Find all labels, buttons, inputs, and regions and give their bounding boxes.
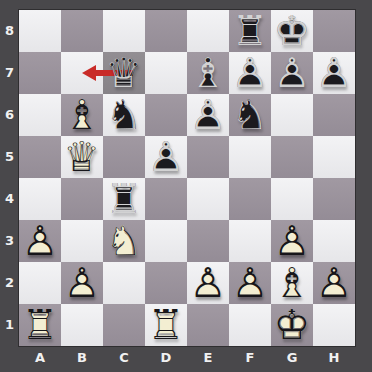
square-d2[interactable] bbox=[145, 262, 187, 304]
white-rook-outline-icon: ♖ bbox=[19, 304, 61, 346]
square-g6[interactable] bbox=[271, 94, 313, 136]
white-knight-outline-icon: ♘ bbox=[103, 220, 145, 262]
file-label-f: F bbox=[229, 346, 271, 372]
rank-label-6: 6 bbox=[0, 94, 19, 136]
square-b1[interactable] bbox=[61, 304, 103, 346]
black-knight-outline-icon: ♘ bbox=[103, 94, 145, 136]
black-queen-icon: ♛ bbox=[103, 52, 145, 94]
square-f4[interactable] bbox=[229, 178, 271, 220]
square-a5[interactable] bbox=[19, 136, 61, 178]
white-pawn-icon: ♟ bbox=[313, 262, 355, 304]
chess-app-window: ♜♖♚♔♛♕♝♗♟♙♟♙♟♙♝♗♞♘♟♙♞♘♛♕♟♙♜♖♟♙♞♘♟♙♟♙♟♙♟♙… bbox=[0, 0, 372, 372]
square-c1[interactable] bbox=[103, 304, 145, 346]
black-knight-icon: ♞ bbox=[103, 94, 145, 136]
square-b3[interactable] bbox=[61, 220, 103, 262]
square-d4[interactable] bbox=[145, 178, 187, 220]
white-pawn-icon: ♟ bbox=[187, 262, 229, 304]
black-pawn-icon: ♟ bbox=[229, 52, 271, 94]
black-pawn-outline-icon: ♙ bbox=[145, 136, 187, 178]
white-pawn-outline-icon: ♙ bbox=[19, 220, 61, 262]
square-d7[interactable] bbox=[145, 52, 187, 94]
piece-white-queen[interactable]: ♛♕ bbox=[61, 136, 103, 178]
black-king-icon: ♚ bbox=[271, 10, 313, 52]
black-rook-outline-icon: ♖ bbox=[229, 10, 271, 52]
square-h7[interactable]: ♟♙ bbox=[313, 52, 355, 94]
square-f8[interactable]: ♜♖ bbox=[229, 10, 271, 52]
black-rook-outline-icon: ♖ bbox=[103, 178, 145, 220]
black-pawn-icon: ♟ bbox=[271, 52, 313, 94]
file-label-e: E bbox=[187, 346, 229, 372]
square-c3[interactable]: ♞♘ bbox=[103, 220, 145, 262]
square-c2[interactable] bbox=[103, 262, 145, 304]
square-e5[interactable] bbox=[187, 136, 229, 178]
square-a8[interactable] bbox=[19, 10, 61, 52]
white-pawn-icon: ♟ bbox=[61, 262, 103, 304]
square-a4[interactable] bbox=[19, 178, 61, 220]
black-bishop-icon: ♝ bbox=[187, 52, 229, 94]
piece-white-bishop[interactable]: ♝♗ bbox=[61, 94, 103, 136]
file-label-d: D bbox=[145, 346, 187, 372]
white-pawn-outline-icon: ♙ bbox=[229, 262, 271, 304]
piece-black-bishop[interactable]: ♝♗ bbox=[187, 52, 229, 94]
white-pawn-icon: ♟ bbox=[19, 220, 61, 262]
white-king-outline-icon: ♔ bbox=[271, 304, 313, 346]
white-rook-icon: ♜ bbox=[19, 304, 61, 346]
square-b2[interactable]: ♟♙ bbox=[61, 262, 103, 304]
square-h4[interactable] bbox=[313, 178, 355, 220]
piece-black-pawn[interactable]: ♟♙ bbox=[271, 52, 313, 94]
piece-black-pawn[interactable]: ♟♙ bbox=[229, 52, 271, 94]
square-a3[interactable]: ♟♙ bbox=[19, 220, 61, 262]
square-c8[interactable] bbox=[103, 10, 145, 52]
piece-white-rook[interactable]: ♜♖ bbox=[145, 304, 187, 346]
square-f6[interactable]: ♞♘ bbox=[229, 94, 271, 136]
black-pawn-icon: ♟ bbox=[187, 94, 229, 136]
square-g5[interactable] bbox=[271, 136, 313, 178]
square-f5[interactable] bbox=[229, 136, 271, 178]
piece-white-king[interactable]: ♚♔ bbox=[271, 304, 313, 346]
square-f7[interactable]: ♟♙ bbox=[229, 52, 271, 94]
rank-label-2: 2 bbox=[0, 262, 19, 304]
white-king-icon: ♚ bbox=[271, 304, 313, 346]
black-pawn-icon: ♟ bbox=[313, 52, 355, 94]
white-pawn-outline-icon: ♙ bbox=[313, 262, 355, 304]
white-queen-outline-icon: ♕ bbox=[61, 136, 103, 178]
square-e1[interactable] bbox=[187, 304, 229, 346]
square-e2[interactable]: ♟♙ bbox=[187, 262, 229, 304]
square-b4[interactable] bbox=[61, 178, 103, 220]
black-rook-icon: ♜ bbox=[229, 10, 271, 52]
square-e3[interactable] bbox=[187, 220, 229, 262]
black-pawn-outline-icon: ♙ bbox=[271, 52, 313, 94]
square-d6[interactable] bbox=[145, 94, 187, 136]
chess-board: ♜♖♚♔♛♕♝♗♟♙♟♙♟♙♝♗♞♘♟♙♞♘♛♕♟♙♜♖♟♙♞♘♟♙♟♙♟♙♟♙… bbox=[19, 10, 355, 346]
square-a2[interactable] bbox=[19, 262, 61, 304]
white-bishop-outline-icon: ♗ bbox=[271, 262, 313, 304]
white-bishop-icon: ♝ bbox=[61, 94, 103, 136]
square-h5[interactable] bbox=[313, 136, 355, 178]
square-g7[interactable]: ♟♙ bbox=[271, 52, 313, 94]
square-h1[interactable] bbox=[313, 304, 355, 346]
black-king-outline-icon: ♔ bbox=[271, 10, 313, 52]
square-g4[interactable] bbox=[271, 178, 313, 220]
square-h8[interactable] bbox=[313, 10, 355, 52]
square-c6[interactable]: ♞♘ bbox=[103, 94, 145, 136]
square-h2[interactable]: ♟♙ bbox=[313, 262, 355, 304]
black-pawn-icon: ♟ bbox=[145, 136, 187, 178]
file-label-c: C bbox=[103, 346, 145, 372]
square-e7[interactable]: ♝♗ bbox=[187, 52, 229, 94]
black-knight-outline-icon: ♘ bbox=[229, 94, 271, 136]
piece-black-rook[interactable]: ♜♖ bbox=[103, 178, 145, 220]
square-e8[interactable] bbox=[187, 10, 229, 52]
piece-black-pawn[interactable]: ♟♙ bbox=[187, 94, 229, 136]
black-knight-icon: ♞ bbox=[229, 94, 271, 136]
square-e4[interactable] bbox=[187, 178, 229, 220]
white-pawn-outline-icon: ♙ bbox=[187, 262, 229, 304]
square-a7[interactable] bbox=[19, 52, 61, 94]
square-g3[interactable]: ♟♙ bbox=[271, 220, 313, 262]
piece-white-pawn[interactable]: ♟♙ bbox=[229, 262, 271, 304]
square-b8[interactable] bbox=[61, 10, 103, 52]
piece-black-pawn[interactable]: ♟♙ bbox=[313, 52, 355, 94]
square-h6[interactable] bbox=[313, 94, 355, 136]
rank-label-5: 5 bbox=[0, 136, 19, 178]
piece-black-king[interactable]: ♚♔ bbox=[271, 10, 313, 52]
file-label-a: A bbox=[19, 346, 61, 372]
file-label-b: B bbox=[61, 346, 103, 372]
piece-white-pawn[interactable]: ♟♙ bbox=[271, 220, 313, 262]
rank-label-8: 8 bbox=[0, 10, 19, 52]
square-a6[interactable] bbox=[19, 94, 61, 136]
black-bishop-outline-icon: ♗ bbox=[187, 52, 229, 94]
square-c5[interactable] bbox=[103, 136, 145, 178]
square-e6[interactable]: ♟♙ bbox=[187, 94, 229, 136]
square-d1[interactable]: ♜♖ bbox=[145, 304, 187, 346]
black-pawn-outline-icon: ♙ bbox=[229, 52, 271, 94]
square-f2[interactable]: ♟♙ bbox=[229, 262, 271, 304]
piece-black-queen[interactable]: ♛♕ bbox=[103, 52, 145, 94]
black-pawn-outline-icon: ♙ bbox=[313, 52, 355, 94]
rank-label-1: 1 bbox=[0, 304, 19, 346]
piece-white-pawn[interactable]: ♟♙ bbox=[61, 262, 103, 304]
white-rook-outline-icon: ♖ bbox=[145, 304, 187, 346]
piece-white-pawn[interactable]: ♟♙ bbox=[19, 220, 61, 262]
square-g1[interactable]: ♚♔ bbox=[271, 304, 313, 346]
black-pawn-outline-icon: ♙ bbox=[187, 94, 229, 136]
square-b7[interactable] bbox=[61, 52, 103, 94]
piece-white-bishop[interactable]: ♝♗ bbox=[271, 262, 313, 304]
piece-white-pawn[interactable]: ♟♙ bbox=[187, 262, 229, 304]
square-b6[interactable]: ♝♗ bbox=[61, 94, 103, 136]
piece-white-knight[interactable]: ♞♘ bbox=[103, 220, 145, 262]
square-d8[interactable] bbox=[145, 10, 187, 52]
white-knight-icon: ♞ bbox=[103, 220, 145, 262]
piece-black-rook[interactable]: ♜♖ bbox=[229, 10, 271, 52]
square-g2[interactable]: ♝♗ bbox=[271, 262, 313, 304]
square-f3[interactable] bbox=[229, 220, 271, 262]
white-pawn-outline-icon: ♙ bbox=[271, 220, 313, 262]
square-d5[interactable]: ♟♙ bbox=[145, 136, 187, 178]
square-f1[interactable] bbox=[229, 304, 271, 346]
white-pawn-icon: ♟ bbox=[229, 262, 271, 304]
white-rook-icon: ♜ bbox=[145, 304, 187, 346]
piece-white-rook[interactable]: ♜♖ bbox=[19, 304, 61, 346]
piece-black-pawn[interactable]: ♟♙ bbox=[145, 136, 187, 178]
piece-black-knight[interactable]: ♞♘ bbox=[229, 94, 271, 136]
square-d3[interactable] bbox=[145, 220, 187, 262]
rank-label-7: 7 bbox=[0, 52, 19, 94]
file-label-h: H bbox=[313, 346, 355, 372]
file-label-g: G bbox=[271, 346, 313, 372]
white-bishop-icon: ♝ bbox=[271, 262, 313, 304]
black-queen-outline-icon: ♕ bbox=[103, 52, 145, 94]
black-rook-icon: ♜ bbox=[103, 178, 145, 220]
square-b5[interactable]: ♛♕ bbox=[61, 136, 103, 178]
white-pawn-outline-icon: ♙ bbox=[61, 262, 103, 304]
square-h3[interactable] bbox=[313, 220, 355, 262]
square-c7[interactable]: ♛♕ bbox=[103, 52, 145, 94]
piece-white-pawn[interactable]: ♟♙ bbox=[313, 262, 355, 304]
square-a1[interactable]: ♜♖ bbox=[19, 304, 61, 346]
white-bishop-outline-icon: ♗ bbox=[61, 94, 103, 136]
square-g8[interactable]: ♚♔ bbox=[271, 10, 313, 52]
piece-black-knight[interactable]: ♞♘ bbox=[103, 94, 145, 136]
rank-label-4: 4 bbox=[0, 178, 19, 220]
square-c4[interactable]: ♜♖ bbox=[103, 178, 145, 220]
rank-label-3: 3 bbox=[0, 220, 19, 262]
white-queen-icon: ♛ bbox=[61, 136, 103, 178]
white-pawn-icon: ♟ bbox=[271, 220, 313, 262]
